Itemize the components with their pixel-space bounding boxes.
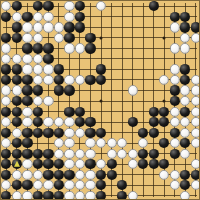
stone-black[interactable] [170, 85, 180, 95]
stone-white[interactable] [180, 85, 190, 95]
stone-white[interactable] [64, 43, 74, 53]
stone-white[interactable] [22, 117, 32, 127]
stone-black[interactable] [75, 22, 85, 32]
stone-black[interactable] [117, 180, 127, 190]
stone-black[interactable] [85, 33, 95, 43]
stone-black[interactable] [1, 159, 11, 169]
stone-black[interactable] [96, 127, 106, 137]
stone-white[interactable] [170, 180, 180, 190]
stone-white[interactable] [75, 191, 85, 200]
stone-black[interactable] [33, 43, 43, 53]
stone-white[interactable] [33, 180, 43, 190]
stone-black[interactable] [1, 191, 11, 200]
stone-black[interactable] [75, 117, 85, 127]
stone-white[interactable] [64, 127, 74, 137]
stone-white[interactable] [191, 85, 200, 95]
stone-white[interactable] [64, 117, 74, 127]
stone-black[interactable] [1, 127, 11, 137]
stone-white[interactable] [43, 75, 53, 85]
stone-white[interactable] [22, 159, 32, 169]
stone-black[interactable] [33, 85, 43, 95]
stone-white[interactable] [75, 149, 85, 159]
stone-white[interactable] [43, 12, 53, 22]
stone-black[interactable] [106, 159, 116, 169]
stone-white[interactable] [96, 159, 106, 169]
stone-black[interactable] [85, 117, 95, 127]
stone-white[interactable] [180, 191, 190, 200]
stone-white[interactable] [191, 180, 200, 190]
stone-white[interactable] [22, 191, 32, 200]
stone-black[interactable] [1, 106, 11, 116]
stone-white[interactable] [191, 106, 200, 116]
stone-black[interactable] [75, 1, 85, 11]
stone-black[interactable] [43, 127, 53, 137]
stone-black[interactable] [96, 170, 106, 180]
stone-white[interactable] [75, 180, 85, 190]
stone-white[interactable] [33, 64, 43, 74]
stone-white[interactable] [43, 64, 53, 74]
stone-black[interactable] [85, 75, 95, 85]
stone-black[interactable] [149, 1, 159, 11]
stone-white[interactable] [106, 138, 116, 148]
stone-black[interactable] [12, 64, 22, 74]
stone-black[interactable] [22, 149, 32, 159]
stone-black[interactable] [12, 138, 22, 148]
stone-black[interactable] [96, 75, 106, 85]
stone-black[interactable] [85, 127, 95, 137]
stone-black[interactable] [54, 180, 64, 190]
stone-white[interactable] [1, 180, 11, 190]
stone-white[interactable] [1, 138, 11, 148]
stone-white[interactable] [180, 96, 190, 106]
stone-white[interactable] [22, 54, 32, 64]
stone-black[interactable] [75, 12, 85, 22]
stone-black[interactable] [170, 12, 180, 22]
stone-white[interactable] [85, 170, 95, 180]
stone-black[interactable] [85, 43, 95, 53]
stone-white[interactable] [191, 117, 200, 127]
stone-black[interactable] [33, 191, 43, 200]
stone-black[interactable] [149, 117, 159, 127]
stone-black[interactable] [127, 117, 137, 127]
stone-black[interactable] [22, 12, 32, 22]
stone-black[interactable] [64, 106, 74, 116]
stone-white[interactable] [180, 117, 190, 127]
stone-black[interactable] [96, 64, 106, 74]
stone-white[interactable] [54, 22, 64, 32]
stone-black[interactable] [54, 170, 64, 180]
stone-black[interactable] [43, 54, 53, 64]
stone-white[interactable] [180, 43, 190, 53]
stone-white[interactable] [170, 43, 180, 53]
stone-black[interactable] [33, 1, 43, 11]
stone-white[interactable] [85, 138, 95, 148]
stone-white[interactable] [85, 180, 95, 190]
stone-white[interactable] [22, 64, 32, 74]
stone-black[interactable] [64, 22, 74, 32]
stone-black[interactable] [138, 159, 148, 169]
grid-line [122, 3, 123, 197]
stone-black[interactable] [64, 170, 74, 180]
stone-black[interactable] [33, 149, 43, 159]
stone-black[interactable] [1, 170, 11, 180]
stone-white[interactable] [180, 127, 190, 137]
stone-black[interactable] [170, 127, 180, 137]
stone-white[interactable] [43, 96, 53, 106]
stone-black[interactable] [1, 149, 11, 159]
stone-black[interactable] [33, 106, 43, 116]
stone-white[interactable] [191, 75, 200, 85]
go-board[interactable] [0, 0, 200, 200]
stone-black[interactable] [117, 191, 127, 200]
stone-white[interactable] [170, 64, 180, 74]
stone-white[interactable] [43, 117, 53, 127]
stone-black[interactable] [22, 43, 32, 53]
stone-black[interactable] [180, 75, 190, 85]
stone-black[interactable] [149, 149, 159, 159]
stone-black[interactable] [12, 22, 22, 32]
stone-black[interactable] [180, 12, 190, 22]
stone-white[interactable] [180, 33, 190, 43]
stone-black[interactable] [22, 96, 32, 106]
stone-white[interactable] [1, 1, 11, 11]
stone-white[interactable] [22, 22, 32, 32]
stone-white[interactable] [64, 191, 74, 200]
stone-white[interactable] [33, 75, 43, 85]
stone-black[interactable] [180, 138, 190, 148]
stone-white[interactable] [127, 149, 137, 159]
stone-white[interactable] [127, 191, 137, 200]
stone-black[interactable] [54, 75, 64, 85]
stone-white[interactable] [191, 96, 200, 106]
stone-black[interactable] [64, 33, 74, 43]
stone-white[interactable] [170, 138, 180, 148]
stone-black[interactable] [159, 159, 169, 169]
stone-white[interactable] [75, 127, 85, 137]
stone-black[interactable] [191, 22, 200, 32]
stone-black[interactable] [12, 33, 22, 43]
stone-black[interactable] [170, 149, 180, 159]
stone-white[interactable] [54, 149, 64, 159]
stone-white[interactable] [64, 138, 74, 148]
stone-white[interactable] [54, 117, 64, 127]
stone-black[interactable] [12, 1, 22, 11]
stone-black[interactable] [159, 117, 169, 127]
stone-white[interactable] [96, 138, 106, 148]
stone-white[interactable] [170, 170, 180, 180]
stone-black[interactable] [1, 33, 11, 43]
stone-black[interactable] [149, 127, 159, 137]
stone-black[interactable] [33, 159, 43, 169]
star-point [100, 100, 103, 103]
stone-black[interactable] [159, 138, 169, 148]
stone-black[interactable] [1, 75, 11, 85]
stone-black[interactable] [12, 96, 22, 106]
stone-black[interactable] [96, 180, 106, 190]
stone-black[interactable] [43, 159, 53, 169]
stone-black[interactable] [12, 149, 22, 159]
stone-white[interactable] [170, 117, 180, 127]
stone-black[interactable] [85, 159, 95, 169]
stone-white[interactable] [33, 96, 43, 106]
stone-black[interactable] [12, 117, 22, 127]
stone-white[interactable] [127, 159, 137, 169]
stone-white[interactable] [180, 149, 190, 159]
stone-white[interactable] [43, 22, 53, 32]
stone-white[interactable] [106, 149, 116, 159]
stone-white[interactable] [64, 1, 74, 11]
stone-black[interactable] [12, 180, 22, 190]
stone-black[interactable] [106, 170, 116, 180]
star-point [163, 36, 166, 39]
stone-black[interactable] [149, 159, 159, 169]
stone-white[interactable] [12, 54, 22, 64]
stone-black[interactable] [1, 64, 11, 74]
stone-white[interactable] [75, 170, 85, 180]
stone-white[interactable] [12, 85, 22, 95]
stone-black[interactable] [75, 106, 85, 116]
stone-black[interactable] [43, 1, 53, 11]
stone-white[interactable] [1, 117, 11, 127]
stone-white[interactable] [12, 12, 22, 22]
stone-white[interactable] [191, 159, 200, 169]
stone-white[interactable] [1, 54, 11, 64]
stone-black[interactable] [170, 96, 180, 106]
stone-white[interactable] [117, 149, 127, 159]
stone-white[interactable] [75, 159, 85, 169]
stone-white[interactable] [85, 149, 95, 159]
stone-black[interactable] [43, 43, 53, 53]
stone-white[interactable] [64, 75, 74, 85]
stone-black[interactable] [159, 106, 169, 116]
stone-black[interactable] [54, 159, 64, 169]
stone-white[interactable] [191, 33, 200, 43]
stone-white[interactable] [33, 54, 43, 64]
stone-white[interactable] [64, 180, 74, 190]
stone-black[interactable] [22, 127, 32, 137]
stone-white[interactable] [12, 191, 22, 200]
stone-white[interactable] [191, 127, 200, 137]
stone-white[interactable] [170, 106, 180, 116]
stone-white[interactable] [12, 127, 22, 137]
stone-white[interactable] [1, 43, 11, 53]
stone-white[interactable] [1, 85, 11, 95]
stone-white[interactable] [117, 138, 127, 148]
stone-white[interactable] [96, 1, 106, 11]
stone-white[interactable] [33, 33, 43, 43]
stone-black[interactable] [43, 191, 53, 200]
stone-white[interactable] [43, 180, 53, 190]
stone-black[interactable] [96, 191, 106, 200]
stone-white[interactable] [22, 33, 32, 43]
stone-white[interactable] [1, 96, 11, 106]
stone-black[interactable] [54, 191, 64, 200]
stone-white[interactable] [22, 106, 32, 116]
stone-black[interactable] [22, 85, 32, 95]
stone-white[interactable] [170, 75, 180, 85]
stone-black[interactable] [54, 85, 64, 95]
stone-white[interactable] [191, 138, 200, 148]
stone-black[interactable] [180, 22, 190, 32]
stone-white[interactable] [33, 170, 43, 180]
stone-white[interactable] [138, 138, 148, 148]
stone-white[interactable] [64, 12, 74, 22]
stone-white[interactable] [170, 22, 180, 32]
stone-black[interactable] [180, 180, 190, 190]
stone-black[interactable] [64, 85, 74, 95]
stone-white[interactable] [54, 33, 64, 43]
last-move-triangle-marker [14, 161, 20, 167]
stone-black[interactable] [54, 64, 64, 74]
stone-white[interactable] [75, 75, 85, 85]
stone-black[interactable] [180, 170, 190, 180]
stone-white[interactable] [85, 191, 95, 200]
stone-black[interactable] [22, 138, 32, 148]
stone-black[interactable] [22, 180, 32, 190]
stone-black[interactable] [43, 149, 53, 159]
stone-black[interactable] [33, 127, 43, 137]
stone-white[interactable] [159, 170, 169, 180]
star-point [100, 36, 103, 39]
stone-white[interactable] [75, 43, 85, 53]
stone-white[interactable] [33, 22, 43, 32]
stone-white[interactable] [127, 85, 137, 95]
stone-black[interactable] [22, 75, 32, 85]
stone-white[interactable] [33, 12, 43, 22]
stone-black[interactable] [149, 106, 159, 116]
stone-black[interactable] [1, 12, 11, 22]
stone-white[interactable] [64, 149, 74, 159]
go-app-screenshot [0, 0, 200, 200]
stone-white[interactable] [54, 138, 64, 148]
stone-black[interactable] [33, 117, 43, 127]
star-point [163, 100, 166, 103]
stone-black[interactable] [180, 106, 190, 116]
stone-black[interactable] [138, 127, 148, 137]
stone-white[interactable] [159, 75, 169, 85]
stone-white[interactable] [64, 159, 74, 169]
stone-black[interactable] [138, 149, 148, 159]
stone-black[interactable] [43, 170, 53, 180]
stone-white[interactable] [22, 170, 32, 180]
stone-white[interactable] [12, 170, 22, 180]
stone-black[interactable] [12, 75, 22, 85]
stone-black[interactable] [180, 64, 190, 74]
stone-black[interactable] [191, 170, 200, 180]
stone-black[interactable] [54, 127, 64, 137]
stone-black[interactable] [12, 106, 22, 116]
